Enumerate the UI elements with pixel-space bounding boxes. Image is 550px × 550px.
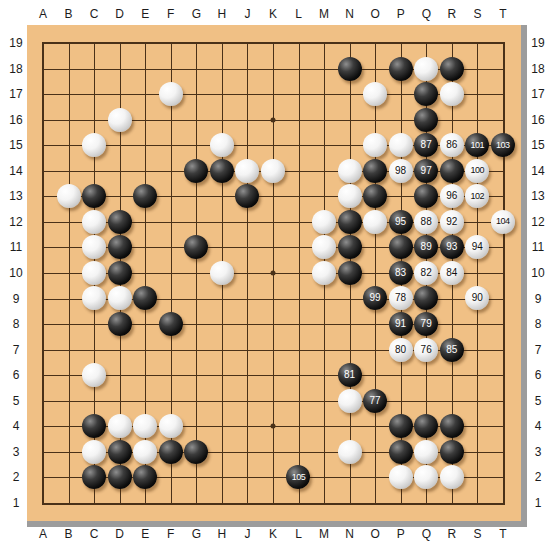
board-cell-J17[interactable] xyxy=(235,81,261,107)
board-cell-P10[interactable]: 83 xyxy=(388,260,414,286)
board-cell-R3[interactable] xyxy=(439,439,465,465)
board-cell-H2[interactable] xyxy=(209,464,235,490)
board-cell-B10[interactable] xyxy=(56,260,82,286)
board-cell-L6[interactable] xyxy=(286,362,312,388)
board-cell-N8[interactable] xyxy=(337,311,363,337)
board-cell-T12[interactable]: 104 xyxy=(490,209,516,235)
board-cell-L1[interactable] xyxy=(286,490,312,516)
board-cell-P18[interactable] xyxy=(388,56,414,82)
board-cell-G8[interactable] xyxy=(183,311,209,337)
board-cell-P5[interactable] xyxy=(388,388,414,414)
go-board[interactable]: 8786101103989710096102958892104899394838… xyxy=(30,30,515,515)
board-cell-J8[interactable] xyxy=(235,311,261,337)
board-cell-D10[interactable] xyxy=(107,260,133,286)
board-cell-P9[interactable]: 78 xyxy=(388,286,414,312)
board-cell-P2[interactable] xyxy=(388,464,414,490)
board-cell-O2[interactable] xyxy=(362,464,388,490)
board-cell-E13[interactable] xyxy=(132,183,158,209)
board-cell-N18[interactable] xyxy=(337,56,363,82)
board-cell-K8[interactable] xyxy=(260,311,286,337)
board-cell-A6[interactable] xyxy=(30,362,56,388)
board-cell-A1[interactable] xyxy=(30,490,56,516)
board-cell-F14[interactable] xyxy=(158,158,184,184)
board-cell-H15[interactable] xyxy=(209,132,235,158)
board-cell-C15[interactable] xyxy=(81,132,107,158)
board-cell-A2[interactable] xyxy=(30,464,56,490)
board-cell-M9[interactable] xyxy=(311,286,337,312)
board-cell-L15[interactable] xyxy=(286,132,312,158)
board-cell-S13[interactable]: 102 xyxy=(464,183,490,209)
board-cell-L2[interactable]: 105 xyxy=(286,464,312,490)
board-cell-O10[interactable] xyxy=(362,260,388,286)
board-cell-E17[interactable] xyxy=(132,81,158,107)
board-cell-S17[interactable] xyxy=(464,81,490,107)
board-cell-M11[interactable] xyxy=(311,235,337,261)
board-cell-G2[interactable] xyxy=(183,464,209,490)
board-cell-J6[interactable] xyxy=(235,362,261,388)
board-cell-D8[interactable] xyxy=(107,311,133,337)
board-cell-S19[interactable] xyxy=(464,30,490,56)
board-cell-P6[interactable] xyxy=(388,362,414,388)
board-cell-F1[interactable] xyxy=(158,490,184,516)
board-cell-A8[interactable] xyxy=(30,311,56,337)
board-cell-O19[interactable] xyxy=(362,30,388,56)
board-cell-E4[interactable] xyxy=(132,413,158,439)
board-cell-G15[interactable] xyxy=(183,132,209,158)
board-cell-A10[interactable] xyxy=(30,260,56,286)
board-cell-E9[interactable] xyxy=(132,286,158,312)
board-cell-O14[interactable] xyxy=(362,158,388,184)
board-cell-F9[interactable] xyxy=(158,286,184,312)
board-cell-S7[interactable] xyxy=(464,337,490,363)
board-cell-C19[interactable] xyxy=(81,30,107,56)
board-cell-N1[interactable] xyxy=(337,490,363,516)
board-cell-J5[interactable] xyxy=(235,388,261,414)
board-cell-R10[interactable]: 84 xyxy=(439,260,465,286)
board-cell-P13[interactable] xyxy=(388,183,414,209)
board-cell-P3[interactable] xyxy=(388,439,414,465)
board-cell-R17[interactable] xyxy=(439,81,465,107)
board-cell-C14[interactable] xyxy=(81,158,107,184)
board-cell-T2[interactable] xyxy=(490,464,516,490)
board-cell-T5[interactable] xyxy=(490,388,516,414)
board-cell-A9[interactable] xyxy=(30,286,56,312)
board-cell-O11[interactable] xyxy=(362,235,388,261)
board-cell-F13[interactable] xyxy=(158,183,184,209)
board-cell-D19[interactable] xyxy=(107,30,133,56)
board-cell-R1[interactable] xyxy=(439,490,465,516)
board-cell-N7[interactable] xyxy=(337,337,363,363)
board-cell-J9[interactable] xyxy=(235,286,261,312)
board-cell-Q12[interactable]: 88 xyxy=(413,209,439,235)
board-cell-L13[interactable] xyxy=(286,183,312,209)
board-cell-D12[interactable] xyxy=(107,209,133,235)
board-cell-D13[interactable] xyxy=(107,183,133,209)
board-cell-N17[interactable] xyxy=(337,81,363,107)
board-cell-H11[interactable] xyxy=(209,235,235,261)
board-cell-O4[interactable] xyxy=(362,413,388,439)
board-cell-H12[interactable] xyxy=(209,209,235,235)
board-cell-O5[interactable]: 77 xyxy=(362,388,388,414)
board-cell-B5[interactable] xyxy=(56,388,82,414)
board-cell-F17[interactable] xyxy=(158,81,184,107)
board-cell-Q18[interactable] xyxy=(413,56,439,82)
board-cell-E3[interactable] xyxy=(132,439,158,465)
board-cell-B14[interactable] xyxy=(56,158,82,184)
board-cell-Q15[interactable]: 87 xyxy=(413,132,439,158)
board-cell-B19[interactable] xyxy=(56,30,82,56)
board-cell-G19[interactable] xyxy=(183,30,209,56)
board-cell-E8[interactable] xyxy=(132,311,158,337)
board-cell-K2[interactable] xyxy=(260,464,286,490)
board-cell-Q4[interactable] xyxy=(413,413,439,439)
board-cell-N10[interactable] xyxy=(337,260,363,286)
board-cell-B8[interactable] xyxy=(56,311,82,337)
board-cell-D7[interactable] xyxy=(107,337,133,363)
board-cell-T4[interactable] xyxy=(490,413,516,439)
board-cell-K4[interactable] xyxy=(260,413,286,439)
board-cell-F12[interactable] xyxy=(158,209,184,235)
board-cell-J7[interactable] xyxy=(235,337,261,363)
board-cell-L11[interactable] xyxy=(286,235,312,261)
board-cell-A15[interactable] xyxy=(30,132,56,158)
board-cell-F5[interactable] xyxy=(158,388,184,414)
board-cell-R9[interactable] xyxy=(439,286,465,312)
board-cell-C8[interactable] xyxy=(81,311,107,337)
board-cell-L5[interactable] xyxy=(286,388,312,414)
board-cell-S15[interactable]: 101 xyxy=(464,132,490,158)
board-cell-B2[interactable] xyxy=(56,464,82,490)
board-cell-M13[interactable] xyxy=(311,183,337,209)
board-cell-M2[interactable] xyxy=(311,464,337,490)
board-cell-H9[interactable] xyxy=(209,286,235,312)
board-cell-O17[interactable] xyxy=(362,81,388,107)
board-cell-C2[interactable] xyxy=(81,464,107,490)
board-cell-O1[interactable] xyxy=(362,490,388,516)
board-cell-G10[interactable] xyxy=(183,260,209,286)
board-cell-B17[interactable] xyxy=(56,81,82,107)
board-cell-S18[interactable] xyxy=(464,56,490,82)
board-cell-S12[interactable] xyxy=(464,209,490,235)
board-cell-D14[interactable] xyxy=(107,158,133,184)
board-cell-H14[interactable] xyxy=(209,158,235,184)
board-cell-J4[interactable] xyxy=(235,413,261,439)
board-cell-M18[interactable] xyxy=(311,56,337,82)
board-cell-P17[interactable] xyxy=(388,81,414,107)
board-cell-H10[interactable] xyxy=(209,260,235,286)
board-cell-S4[interactable] xyxy=(464,413,490,439)
board-cell-R13[interactable]: 96 xyxy=(439,183,465,209)
board-cell-K10[interactable] xyxy=(260,260,286,286)
board-cell-E11[interactable] xyxy=(132,235,158,261)
board-cell-J13[interactable] xyxy=(235,183,261,209)
board-cell-S16[interactable] xyxy=(464,107,490,133)
board-cell-G1[interactable] xyxy=(183,490,209,516)
board-cell-K7[interactable] xyxy=(260,337,286,363)
board-cell-J3[interactable] xyxy=(235,439,261,465)
board-cell-T9[interactable] xyxy=(490,286,516,312)
board-cell-K1[interactable] xyxy=(260,490,286,516)
board-cell-M3[interactable] xyxy=(311,439,337,465)
board-cell-K13[interactable] xyxy=(260,183,286,209)
board-cell-D15[interactable] xyxy=(107,132,133,158)
board-cell-N15[interactable] xyxy=(337,132,363,158)
board-cell-M1[interactable] xyxy=(311,490,337,516)
board-cell-T1[interactable] xyxy=(490,490,516,516)
board-cell-N4[interactable] xyxy=(337,413,363,439)
board-cell-A5[interactable] xyxy=(30,388,56,414)
board-cell-E7[interactable] xyxy=(132,337,158,363)
board-cell-F15[interactable] xyxy=(158,132,184,158)
board-cell-Q9[interactable] xyxy=(413,286,439,312)
board-cell-M10[interactable] xyxy=(311,260,337,286)
board-cell-R2[interactable] xyxy=(439,464,465,490)
board-cell-G11[interactable] xyxy=(183,235,209,261)
board-cell-E1[interactable] xyxy=(132,490,158,516)
board-cell-F6[interactable] xyxy=(158,362,184,388)
board-cell-T3[interactable] xyxy=(490,439,516,465)
board-cell-A16[interactable] xyxy=(30,107,56,133)
board-cell-R15[interactable]: 86 xyxy=(439,132,465,158)
board-cell-T6[interactable] xyxy=(490,362,516,388)
board-cell-R11[interactable]: 93 xyxy=(439,235,465,261)
board-cell-G5[interactable] xyxy=(183,388,209,414)
board-cell-N5[interactable] xyxy=(337,388,363,414)
board-cell-S14[interactable]: 100 xyxy=(464,158,490,184)
board-cell-L17[interactable] xyxy=(286,81,312,107)
board-cell-L9[interactable] xyxy=(286,286,312,312)
board-cell-O9[interactable]: 99 xyxy=(362,286,388,312)
board-cell-J18[interactable] xyxy=(235,56,261,82)
board-cell-E16[interactable] xyxy=(132,107,158,133)
board-cell-T11[interactable] xyxy=(490,235,516,261)
board-cell-Q14[interactable]: 97 xyxy=(413,158,439,184)
board-cell-T15[interactable]: 103 xyxy=(490,132,516,158)
board-cell-B12[interactable] xyxy=(56,209,82,235)
board-cell-K14[interactable] xyxy=(260,158,286,184)
board-cell-L14[interactable] xyxy=(286,158,312,184)
board-cell-L4[interactable] xyxy=(286,413,312,439)
board-cell-N2[interactable] xyxy=(337,464,363,490)
board-cell-L7[interactable] xyxy=(286,337,312,363)
board-cell-P15[interactable] xyxy=(388,132,414,158)
board-cell-R12[interactable]: 92 xyxy=(439,209,465,235)
board-cell-K16[interactable] xyxy=(260,107,286,133)
board-cell-H18[interactable] xyxy=(209,56,235,82)
board-cell-C18[interactable] xyxy=(81,56,107,82)
board-cell-C16[interactable] xyxy=(81,107,107,133)
board-cell-A7[interactable] xyxy=(30,337,56,363)
board-cell-P8[interactable]: 91 xyxy=(388,311,414,337)
board-cell-E14[interactable] xyxy=(132,158,158,184)
board-cell-H5[interactable] xyxy=(209,388,235,414)
board-cell-C1[interactable] xyxy=(81,490,107,516)
board-cell-J15[interactable] xyxy=(235,132,261,158)
board-cell-M6[interactable] xyxy=(311,362,337,388)
board-cell-J12[interactable] xyxy=(235,209,261,235)
board-cell-D18[interactable] xyxy=(107,56,133,82)
board-cell-E18[interactable] xyxy=(132,56,158,82)
board-cell-H19[interactable] xyxy=(209,30,235,56)
board-cell-F16[interactable] xyxy=(158,107,184,133)
board-cell-F18[interactable] xyxy=(158,56,184,82)
board-cell-A12[interactable] xyxy=(30,209,56,235)
board-cell-G18[interactable] xyxy=(183,56,209,82)
board-cell-S8[interactable] xyxy=(464,311,490,337)
board-cell-G9[interactable] xyxy=(183,286,209,312)
board-cell-R4[interactable] xyxy=(439,413,465,439)
board-cell-P19[interactable] xyxy=(388,30,414,56)
board-cell-K15[interactable] xyxy=(260,132,286,158)
board-cell-S1[interactable] xyxy=(464,490,490,516)
board-cell-Q3[interactable] xyxy=(413,439,439,465)
board-cell-H17[interactable] xyxy=(209,81,235,107)
board-cell-S3[interactable] xyxy=(464,439,490,465)
board-cell-N11[interactable] xyxy=(337,235,363,261)
board-cell-Q16[interactable] xyxy=(413,107,439,133)
board-cell-O7[interactable] xyxy=(362,337,388,363)
board-cell-K5[interactable] xyxy=(260,388,286,414)
board-cell-G3[interactable] xyxy=(183,439,209,465)
board-cell-A19[interactable] xyxy=(30,30,56,56)
board-cell-B7[interactable] xyxy=(56,337,82,363)
board-cell-O12[interactable] xyxy=(362,209,388,235)
board-cell-D11[interactable] xyxy=(107,235,133,261)
board-cell-Q5[interactable] xyxy=(413,388,439,414)
board-cell-Q6[interactable] xyxy=(413,362,439,388)
board-cell-T8[interactable] xyxy=(490,311,516,337)
board-cell-C4[interactable] xyxy=(81,413,107,439)
board-cell-K12[interactable] xyxy=(260,209,286,235)
board-cell-F7[interactable] xyxy=(158,337,184,363)
board-cell-D6[interactable] xyxy=(107,362,133,388)
board-cell-M7[interactable] xyxy=(311,337,337,363)
board-cell-B13[interactable] xyxy=(56,183,82,209)
board-cell-C6[interactable] xyxy=(81,362,107,388)
board-cell-T17[interactable] xyxy=(490,81,516,107)
board-cell-D9[interactable] xyxy=(107,286,133,312)
board-cell-P7[interactable]: 80 xyxy=(388,337,414,363)
board-cell-O13[interactable] xyxy=(362,183,388,209)
board-cell-N3[interactable] xyxy=(337,439,363,465)
board-cell-T10[interactable] xyxy=(490,260,516,286)
board-cell-S5[interactable] xyxy=(464,388,490,414)
board-cell-K11[interactable] xyxy=(260,235,286,261)
board-cell-G7[interactable] xyxy=(183,337,209,363)
board-cell-A14[interactable] xyxy=(30,158,56,184)
board-cell-Q10[interactable]: 82 xyxy=(413,260,439,286)
board-cell-D16[interactable] xyxy=(107,107,133,133)
board-cell-O15[interactable] xyxy=(362,132,388,158)
board-cell-R14[interactable] xyxy=(439,158,465,184)
board-cell-L8[interactable] xyxy=(286,311,312,337)
board-cell-M14[interactable] xyxy=(311,158,337,184)
board-cell-R6[interactable] xyxy=(439,362,465,388)
board-cell-D5[interactable] xyxy=(107,388,133,414)
board-cell-Q19[interactable] xyxy=(413,30,439,56)
board-cell-R8[interactable] xyxy=(439,311,465,337)
board-cell-T16[interactable] xyxy=(490,107,516,133)
board-cell-A4[interactable] xyxy=(30,413,56,439)
board-cell-Q1[interactable] xyxy=(413,490,439,516)
board-cell-G14[interactable] xyxy=(183,158,209,184)
board-cell-B11[interactable] xyxy=(56,235,82,261)
board-cell-M8[interactable] xyxy=(311,311,337,337)
board-cell-O8[interactable] xyxy=(362,311,388,337)
board-cell-B15[interactable] xyxy=(56,132,82,158)
board-cell-C12[interactable] xyxy=(81,209,107,235)
board-cell-D17[interactable] xyxy=(107,81,133,107)
board-cell-J1[interactable] xyxy=(235,490,261,516)
board-cell-K3[interactable] xyxy=(260,439,286,465)
board-cell-M12[interactable] xyxy=(311,209,337,235)
board-cell-G4[interactable] xyxy=(183,413,209,439)
board-cell-F8[interactable] xyxy=(158,311,184,337)
board-cell-J2[interactable] xyxy=(235,464,261,490)
board-cell-T7[interactable] xyxy=(490,337,516,363)
board-cell-E19[interactable] xyxy=(132,30,158,56)
board-cell-J19[interactable] xyxy=(235,30,261,56)
board-cell-A3[interactable] xyxy=(30,439,56,465)
board-cell-N16[interactable] xyxy=(337,107,363,133)
board-cell-H13[interactable] xyxy=(209,183,235,209)
board-cell-A17[interactable] xyxy=(30,81,56,107)
board-cell-G6[interactable] xyxy=(183,362,209,388)
board-cell-B3[interactable] xyxy=(56,439,82,465)
board-cell-C13[interactable] xyxy=(81,183,107,209)
board-cell-R7[interactable]: 85 xyxy=(439,337,465,363)
board-cell-B1[interactable] xyxy=(56,490,82,516)
board-cell-R5[interactable] xyxy=(439,388,465,414)
board-cell-J11[interactable] xyxy=(235,235,261,261)
board-cell-N9[interactable] xyxy=(337,286,363,312)
board-cell-C7[interactable] xyxy=(81,337,107,363)
board-cell-T18[interactable] xyxy=(490,56,516,82)
board-cell-Q13[interactable] xyxy=(413,183,439,209)
board-cell-F10[interactable] xyxy=(158,260,184,286)
board-cell-L10[interactable] xyxy=(286,260,312,286)
board-cell-G12[interactable] xyxy=(183,209,209,235)
board-cell-B6[interactable] xyxy=(56,362,82,388)
board-cell-O16[interactable] xyxy=(362,107,388,133)
board-cell-H3[interactable] xyxy=(209,439,235,465)
board-cell-T14[interactable] xyxy=(490,158,516,184)
board-cell-A11[interactable] xyxy=(30,235,56,261)
board-cell-J16[interactable] xyxy=(235,107,261,133)
board-cell-D1[interactable] xyxy=(107,490,133,516)
board-cell-M15[interactable] xyxy=(311,132,337,158)
board-cell-M16[interactable] xyxy=(311,107,337,133)
board-cell-M19[interactable] xyxy=(311,30,337,56)
board-cell-N12[interactable] xyxy=(337,209,363,235)
board-cell-Q2[interactable] xyxy=(413,464,439,490)
board-cell-S10[interactable] xyxy=(464,260,490,286)
board-cell-D4[interactable] xyxy=(107,413,133,439)
board-cell-L3[interactable] xyxy=(286,439,312,465)
board-cell-D3[interactable] xyxy=(107,439,133,465)
board-cell-K6[interactable] xyxy=(260,362,286,388)
board-cell-L18[interactable] xyxy=(286,56,312,82)
board-cell-M5[interactable] xyxy=(311,388,337,414)
board-cell-K9[interactable] xyxy=(260,286,286,312)
board-cell-G13[interactable] xyxy=(183,183,209,209)
board-cell-E5[interactable] xyxy=(132,388,158,414)
board-cell-E10[interactable] xyxy=(132,260,158,286)
board-cell-A18[interactable] xyxy=(30,56,56,82)
board-cell-H6[interactable] xyxy=(209,362,235,388)
board-cell-F4[interactable] xyxy=(158,413,184,439)
board-cell-Q7[interactable]: 76 xyxy=(413,337,439,363)
